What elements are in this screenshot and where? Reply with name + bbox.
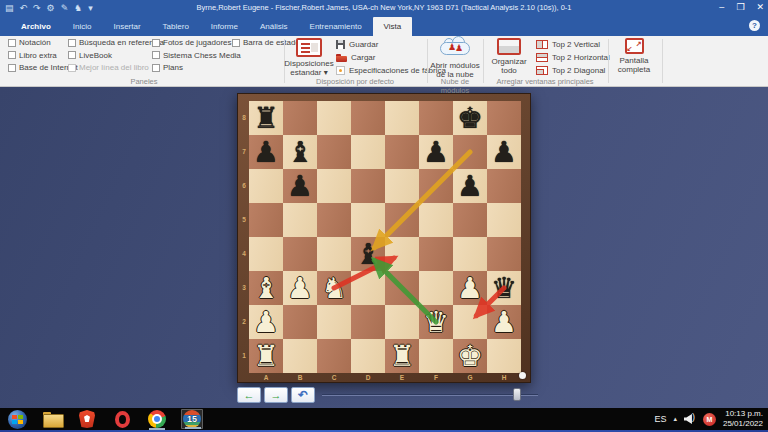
square-f2[interactable]: ♛: [419, 305, 453, 339]
square-c5[interactable]: [317, 203, 351, 237]
rank-label-2: 2: [240, 318, 248, 325]
square-a5[interactable]: [249, 203, 283, 237]
taskbar-explorer[interactable]: [41, 409, 63, 429]
square-g8[interactable]: ♚: [453, 101, 487, 135]
white-knight-c3[interactable]: ♞: [317, 271, 351, 305]
black-pawn-h7[interactable]: ♟: [487, 135, 521, 169]
square-c7[interactable]: [317, 135, 351, 169]
white-queen-f2[interactable]: ♛: [419, 305, 453, 339]
redo-icon[interactable]: ↷: [33, 1, 41, 15]
square-h3[interactable]: ♛: [487, 271, 521, 305]
organizar-todo-button[interactable]: Organizartodo: [486, 38, 532, 75]
square-h8[interactable]: [487, 101, 521, 135]
square-c1[interactable]: [317, 339, 351, 373]
fullscreen-icon: ↗↙: [625, 38, 644, 54]
white-pawn-g3[interactable]: ♟: [453, 271, 487, 305]
open-folder-icon: [336, 54, 347, 62]
square-g1[interactable]: ♚: [453, 339, 487, 373]
square-e4[interactable]: [385, 237, 419, 271]
white-bishop-a3[interactable]: ♝: [249, 271, 283, 305]
rank-label-7: 7: [240, 148, 248, 155]
square-a4[interactable]: [249, 237, 283, 271]
square-c3[interactable]: ♞: [317, 271, 351, 305]
top2-vertical-icon: [536, 40, 548, 49]
tab-archivo[interactable]: Archivo: [10, 17, 62, 36]
chessbase15-icon: 15: [183, 410, 201, 428]
square-b6[interactable]: ♟: [283, 169, 317, 203]
square-a8[interactable]: ♜: [249, 101, 283, 135]
group-label-disposicion: Disposición por defecto: [286, 77, 424, 86]
square-d3[interactable]: [351, 271, 385, 305]
square-d4[interactable]: ♝: [351, 237, 385, 271]
tab-inicio[interactable]: Inicio: [62, 17, 103, 36]
rank-label-3: 3: [240, 284, 248, 291]
taskbar: 15 ES ▴ M 10:13 p.m. 25/01/2022: [0, 408, 768, 432]
square-g4[interactable]: [453, 237, 487, 271]
taskbar-chrome[interactable]: [146, 409, 168, 429]
square-f4[interactable]: [419, 237, 453, 271]
takeback-button[interactable]: ↶: [291, 387, 315, 403]
checkbox-fotos-de-jugadores[interactable]: Fotos de jugadores: [152, 38, 241, 47]
square-d8[interactable]: [351, 101, 385, 135]
checkbox-plans[interactable]: Plans: [152, 63, 241, 72]
square-d6[interactable]: [351, 169, 385, 203]
rank-label-5: 5: [240, 216, 248, 223]
gear-icon[interactable]: ⚙: [47, 1, 55, 15]
opera-icon: [115, 411, 130, 428]
rank-label-1: 1: [240, 352, 248, 359]
square-g3[interactable]: ♟: [453, 271, 487, 305]
square-a3[interactable]: ♝: [249, 271, 283, 305]
back-button[interactable]: ←: [237, 387, 261, 403]
square-d1[interactable]: [351, 339, 385, 373]
taskbar-brave[interactable]: [76, 409, 98, 429]
save-icon[interactable]: ▤: [5, 1, 14, 15]
volume-icon[interactable]: [684, 414, 696, 424]
square-d2[interactable]: [351, 305, 385, 339]
rank-label-8: 8: [240, 114, 248, 121]
white-king-g1[interactable]: ♚: [453, 339, 487, 373]
rank-label-6: 6: [240, 182, 248, 189]
black-pawn-g6[interactable]: ♟: [453, 169, 487, 203]
black-bishop-d4[interactable]: ♝: [351, 237, 385, 271]
group-label-arreglar: Arreglar ventanas principales: [484, 77, 606, 86]
ribbon-tabs: ArchivoInicioInsertarTableroInformeAnáli…: [0, 17, 768, 36]
file-label-e: E: [385, 374, 419, 381]
top2-horizontal-button[interactable]: Top 2 Horizontal: [536, 53, 610, 62]
windows-start-icon: [8, 410, 27, 429]
square-h2[interactable]: ♟: [487, 305, 521, 339]
square-h7[interactable]: ♟: [487, 135, 521, 169]
language-indicator[interactable]: ES: [654, 414, 666, 424]
white-rook-e1[interactable]: ♜: [385, 339, 419, 373]
square-e5[interactable]: [385, 203, 419, 237]
group-label-nube: Nube de módulos: [428, 77, 482, 95]
board-window-background: ♜♚♟♝♟♟♟♟♝♝♟♞♟♛♟♛♟♜♜♚ 87654321 ABCDEFGH ←…: [0, 87, 768, 408]
square-b4[interactable]: [283, 237, 317, 271]
file-label-a: A: [249, 374, 283, 381]
square-e1[interactable]: ♜: [385, 339, 419, 373]
square-c8[interactable]: [317, 101, 351, 135]
side-to-move-indicator: [519, 372, 526, 379]
toolbar-more-icon[interactable]: ▾: [88, 1, 93, 15]
chrome-icon: [148, 410, 166, 428]
tab-análisis[interactable]: Análisis: [249, 17, 299, 36]
white-pawn-a2[interactable]: ♟: [249, 305, 283, 339]
square-g6[interactable]: ♟: [453, 169, 487, 203]
square-f3[interactable]: [419, 271, 453, 305]
file-label-h: H: [487, 374, 521, 381]
square-b8[interactable]: [283, 101, 317, 135]
group-label-paneles: Paneles: [4, 77, 284, 86]
explorer-icon: [43, 412, 62, 426]
square-d5[interactable]: [351, 203, 385, 237]
pantalla-completa-button[interactable]: ↗↙ Pantallacompleta: [611, 38, 657, 74]
top2-horizontal-icon: [536, 53, 548, 62]
hidden-icons-chevron[interactable]: ▴: [673, 415, 677, 423]
square-g2[interactable]: [453, 305, 487, 339]
file-label-f: F: [419, 374, 453, 381]
rank-label-4: 4: [240, 250, 248, 257]
disposiciones-estandar-button[interactable]: Disposicionesestandar ▾: [286, 38, 332, 77]
square-h1[interactable]: [487, 339, 521, 373]
square-g7[interactable]: [453, 135, 487, 169]
square-e3[interactable]: [385, 271, 419, 305]
black-pawn-b6[interactable]: ♟: [283, 169, 317, 203]
quick-access-toolbar[interactable]: ▤↶↷⚙✎♞▾: [5, 1, 93, 15]
cloud-icon: ♟♟: [438, 38, 472, 59]
square-h5[interactable]: [487, 203, 521, 237]
top2-diagonal-button[interactable]: Top 2 Diagonal: [536, 66, 610, 75]
arrange-windows-icon: [497, 38, 521, 55]
restore-button[interactable]: ❒: [736, 1, 744, 14]
tab-insertar[interactable]: Insertar: [102, 17, 151, 36]
square-b3[interactable]: ♟: [283, 271, 317, 305]
titlebar[interactable]: ▤↶↷⚙✎♞▾ Byrne,Robert Eugene - Fischer,Ro…: [0, 0, 768, 17]
square-a7[interactable]: ♟: [249, 135, 283, 169]
piece-icon[interactable]: ♞: [74, 1, 82, 15]
black-queen-h3[interactable]: ♛: [487, 271, 521, 305]
square-e7[interactable]: [385, 135, 419, 169]
square-d7[interactable]: [351, 135, 385, 169]
file-label-d: D: [351, 374, 385, 381]
black-rook-a8[interactable]: ♜: [249, 101, 283, 135]
tab-vista[interactable]: Vista: [373, 17, 413, 36]
tray-app-icon[interactable]: M: [703, 413, 716, 426]
undo-icon[interactable]: ↶: [20, 1, 28, 15]
brave-icon: [79, 410, 95, 428]
slider-track[interactable]: [322, 394, 538, 396]
square-b2[interactable]: [283, 305, 317, 339]
file-label-g: G: [453, 374, 487, 381]
square-a2[interactable]: ♟: [249, 305, 283, 339]
save-icon: [336, 40, 345, 49]
top2-diagonal-icon: [536, 66, 548, 75]
square-f1[interactable]: [419, 339, 453, 373]
checkbox-livebook[interactable]: LiveBook: [68, 51, 164, 60]
white-rook-a1[interactable]: ♜: [249, 339, 283, 373]
top2-vertical-button[interactable]: Top 2 Vertical: [536, 40, 610, 49]
checkbox-sistema-chess-media[interactable]: Sistema Chess Media: [152, 51, 241, 60]
square-h4[interactable]: [487, 237, 521, 271]
layout-icon: [296, 38, 322, 57]
square-b5[interactable]: [283, 203, 317, 237]
square-b7[interactable]: ♝: [283, 135, 317, 169]
checkbox-mejor-l-nea-del-libro[interactable]: Mejor línea del libro: [68, 63, 164, 72]
minimize-button[interactable]: –: [719, 1, 724, 14]
ribbon: NotaciónLibro extraBase de InternetBúsqu…: [0, 36, 768, 87]
square-a1[interactable]: ♜: [249, 339, 283, 373]
close-button[interactable]: ✕: [756, 1, 764, 14]
white-pawn-b3[interactable]: ♟: [283, 271, 317, 305]
file-label-b: B: [283, 374, 317, 381]
square-c6[interactable]: [317, 169, 351, 203]
slider-thumb[interactable]: [513, 388, 521, 401]
square-f8[interactable]: [419, 101, 453, 135]
square-e6[interactable]: [385, 169, 419, 203]
tab-tablero[interactable]: Tablero: [152, 17, 200, 36]
white-pawn-h2[interactable]: ♟: [487, 305, 521, 339]
move-navigation: ← → ↶: [237, 387, 538, 403]
square-f7[interactable]: ♟: [419, 135, 453, 169]
square-f5[interactable]: [419, 203, 453, 237]
start-button[interactable]: [6, 409, 28, 429]
factory-settings-icon: [336, 66, 345, 75]
square-f6[interactable]: [419, 169, 453, 203]
square-e2[interactable]: [385, 305, 419, 339]
square-c4[interactable]: [317, 237, 351, 271]
taskbar-opera[interactable]: [111, 409, 133, 429]
square-c2[interactable]: [317, 305, 351, 339]
file-label-c: C: [317, 374, 351, 381]
square-g5[interactable]: [453, 203, 487, 237]
black-king-g8[interactable]: ♚: [453, 101, 487, 135]
help-icon[interactable]: ?: [749, 20, 760, 31]
chess-board[interactable]: ♜♚♟♝♟♟♟♟♝♝♟♞♟♛♟♛♟♜♜♚ 87654321 ABCDEFGH: [237, 93, 531, 383]
abrir-modulos-nube-button[interactable]: ♟♟ Abrir módulosde la nube: [430, 38, 480, 79]
tab-entrenamiento[interactable]: Entrenamiento: [299, 17, 373, 36]
black-bishop-b7[interactable]: ♝: [283, 135, 317, 169]
square-h6[interactable]: [487, 169, 521, 203]
black-pawn-a7[interactable]: ♟: [249, 135, 283, 169]
tab-informe[interactable]: Informe: [200, 17, 249, 36]
checkbox-b-squeda-en-referencia[interactable]: Búsqueda en referencia: [68, 38, 164, 47]
window-title: Byrne,Robert Eugene - Fischer,Robert Jam…: [0, 3, 768, 12]
forward-button[interactable]: →: [264, 387, 288, 403]
pencil-icon[interactable]: ✎: [61, 1, 69, 15]
chessbase-window: ▤↶↷⚙✎♞▾ Byrne,Robert Eugene - Fischer,Ro…: [0, 0, 768, 432]
game-position-slider[interactable]: [322, 387, 538, 403]
black-pawn-f7[interactable]: ♟: [419, 135, 453, 169]
taskbar-chessbase15[interactable]: 15: [181, 409, 203, 429]
square-a6[interactable]: [249, 169, 283, 203]
square-b1[interactable]: [283, 339, 317, 373]
square-e8[interactable]: [385, 101, 419, 135]
clock[interactable]: 10:13 p.m. 25/01/2022: [723, 409, 763, 429]
